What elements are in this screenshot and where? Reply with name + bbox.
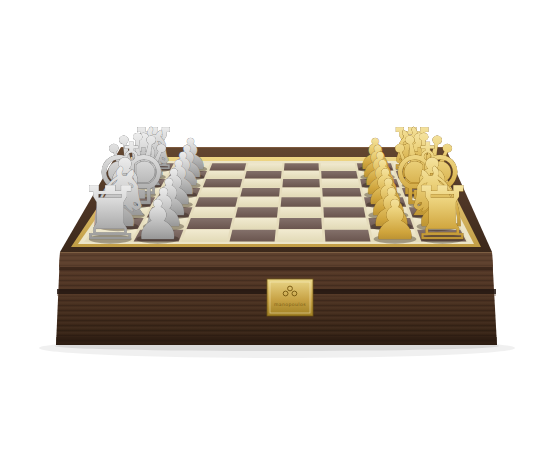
square-r3c5: [322, 188, 361, 197]
square-r2c4: [282, 179, 319, 187]
square-r2c5: [322, 179, 360, 187]
square-r4c2: [195, 197, 238, 207]
square-r0c4: [284, 163, 319, 170]
square-r2c3: [243, 179, 281, 187]
square-r0c5: [321, 163, 357, 170]
frame-lip-shadow: [59, 267, 493, 270]
square-r1c5: [321, 171, 358, 179]
square-r4c5: [323, 197, 364, 207]
square-r5c2: [191, 207, 235, 217]
square-r7c5: [325, 230, 371, 242]
square-r3c2: [199, 188, 240, 197]
square-r1c2: [206, 171, 244, 179]
chess-set-product-photo: manopoulos♜♟♟♜♞♟♟♞♝♟♟♝♛♟♟♛♚♟♟♚♝♟♟♝♞♟♟♞♜♟…: [0, 0, 550, 450]
square-r6c4: [279, 218, 322, 229]
square-r7c4: [277, 230, 322, 242]
square-r1c3: [245, 171, 282, 179]
piece-gold-rook: ♜: [410, 171, 476, 256]
square-r7c2: [182, 230, 230, 242]
square-r4c3: [238, 197, 279, 207]
square-r1c4: [283, 171, 319, 179]
square-r6c5: [324, 218, 368, 229]
square-r3c4: [282, 188, 321, 197]
square-r2c2: [203, 179, 243, 187]
square-r6c2: [187, 218, 233, 229]
piece-silver-pawn: ♟: [133, 188, 182, 252]
brand-plate-text: manopoulos: [274, 302, 306, 307]
brand-plate: manopoulos: [267, 279, 313, 316]
chess-set-rendering: manopoulos♜♟♟♜♞♟♟♞♝♟♟♝♛♟♟♛♚♟♟♚♝♟♟♝♞♟♟♞♜♟…: [0, 0, 550, 450]
square-r5c4: [280, 207, 322, 217]
case-bottom-edge: [56, 337, 497, 345]
brand-plate-face: [267, 279, 313, 316]
square-r6c3: [233, 218, 277, 229]
square-r0c2: [209, 163, 246, 170]
square-r5c3: [235, 207, 278, 217]
square-r0c3: [247, 163, 283, 170]
square-r4c4: [281, 197, 321, 207]
square-r7c3: [230, 230, 276, 242]
square-r3c3: [240, 188, 280, 197]
square-r5c5: [323, 207, 365, 217]
